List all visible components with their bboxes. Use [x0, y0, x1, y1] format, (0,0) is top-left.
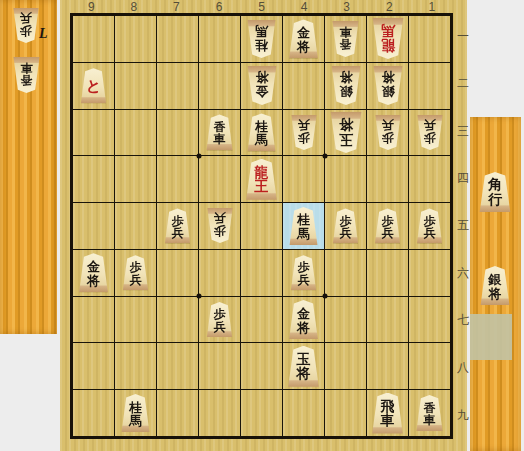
piece-sente-金将[interactable]: 金将	[288, 300, 320, 339]
square-3-6[interactable]	[325, 250, 366, 296]
shogi-app: L 歩兵香車 987654321 一二三四五六七八九 桂馬金将香車龍馬と金将銀将…	[0, 0, 524, 451]
square-1-2[interactable]	[409, 63, 450, 109]
square-8-4[interactable]	[115, 156, 156, 202]
square-7-5[interactable]: 歩兵	[157, 203, 198, 249]
piece-sente-と[interactable]: と	[80, 68, 108, 103]
square-9-3[interactable]	[73, 110, 114, 156]
board-frame: 桂馬金将香車龍馬と金将銀将銀将香車桂馬歩兵玉将歩兵歩兵龍王歩兵歩兵桂馬歩兵歩兵歩…	[70, 13, 453, 439]
square-7-6[interactable]	[157, 250, 198, 296]
piece-sente-香車[interactable]: 香車	[415, 395, 444, 431]
square-7-3[interactable]	[157, 110, 198, 156]
square-1-5[interactable]: 歩兵	[409, 203, 450, 249]
square-9-5[interactable]	[73, 203, 114, 249]
square-7-9[interactable]	[157, 390, 198, 436]
square-7-8[interactable]	[157, 343, 198, 389]
square-2-2[interactable]: 銀将	[367, 63, 408, 109]
piece-gote-桂馬[interactable]: 桂馬	[246, 20, 277, 58]
piece-sente-桂馬[interactable]: 桂馬	[288, 207, 319, 245]
rank-label-5: 五	[456, 202, 470, 249]
piece-sente-香車[interactable]: 香車	[205, 114, 234, 150]
square-5-9[interactable]	[241, 390, 282, 436]
piece-gote-歩兵[interactable]: 歩兵	[206, 208, 234, 243]
rank-label-9: 九	[456, 392, 470, 439]
hoshi-dot	[197, 294, 202, 299]
square-3-7[interactable]	[325, 297, 366, 343]
square-3-3[interactable]: 玉将	[325, 110, 366, 156]
file-label-1: 1	[411, 0, 454, 13]
square-2-5[interactable]: 歩兵	[367, 203, 408, 249]
square-2-9[interactable]: 飛車	[367, 390, 408, 436]
piece-gote-歩兵[interactable]: 歩兵	[290, 115, 318, 150]
square-1-9[interactable]: 香車	[409, 390, 450, 436]
square-6-8[interactable]	[199, 343, 240, 389]
board-panel: 987654321 一二三四五六七八九 桂馬金将香車龍馬と金将銀将銀将香車桂馬歩…	[60, 0, 467, 451]
piece-gote-歩兵[interactable]: 歩兵	[374, 115, 402, 150]
piece-sente-歩兵[interactable]: 歩兵	[206, 302, 234, 337]
piece-sente-歩兵[interactable]: 歩兵	[332, 208, 360, 243]
file-label-2: 2	[368, 0, 411, 13]
piece-sente-龍王[interactable]: 龍王	[245, 159, 279, 200]
hand-gote-歩兵[interactable]: 歩兵	[12, 8, 40, 43]
square-8-5[interactable]	[115, 203, 156, 249]
square-5-3[interactable]: 桂馬	[241, 110, 282, 156]
square-4-6[interactable]: 歩兵	[283, 250, 324, 296]
piece-sente-玉将[interactable]: 玉将	[287, 346, 321, 387]
square-9-4[interactable]	[73, 156, 114, 202]
square-5-8[interactable]	[241, 343, 282, 389]
square-3-5[interactable]: 歩兵	[325, 203, 366, 249]
square-5-1[interactable]: 桂馬	[241, 16, 282, 62]
square-7-2[interactable]	[157, 63, 198, 109]
square-9-8[interactable]	[73, 343, 114, 389]
board-grid: 桂馬金将香車龍馬と金将銀将銀将香車桂馬歩兵玉将歩兵歩兵龍王歩兵歩兵桂馬歩兵歩兵歩…	[73, 16, 450, 436]
square-9-9[interactable]	[73, 390, 114, 436]
square-1-3[interactable]: 歩兵	[409, 110, 450, 156]
piece-gote-歩兵[interactable]: 歩兵	[416, 115, 444, 150]
square-9-7[interactable]	[73, 297, 114, 343]
rank-label-4: 四	[456, 155, 470, 202]
square-2-7[interactable]	[367, 297, 408, 343]
square-3-9[interactable]	[325, 390, 366, 436]
square-8-1[interactable]	[115, 16, 156, 62]
square-4-8[interactable]: 玉将	[283, 343, 324, 389]
square-3-2[interactable]: 銀将	[325, 63, 366, 109]
hand-gote-香車[interactable]: 香車	[12, 57, 41, 93]
square-3-4[interactable]	[325, 156, 366, 202]
piece-gote-銀将[interactable]: 銀将	[372, 66, 404, 105]
square-6-9[interactable]	[199, 390, 240, 436]
piece-sente-角行[interactable]: 角行	[478, 172, 512, 212]
square-8-6[interactable]: 歩兵	[115, 250, 156, 296]
piece-sente-銀将[interactable]: 銀将	[479, 266, 511, 305]
square-4-1[interactable]: 金将	[283, 16, 324, 62]
square-8-7[interactable]	[115, 297, 156, 343]
square-8-8[interactable]	[115, 343, 156, 389]
square-4-5[interactable]: 桂馬	[283, 203, 324, 249]
rank-label-8: 八	[456, 344, 470, 391]
square-6-3[interactable]: 香車	[199, 110, 240, 156]
square-2-3[interactable]: 歩兵	[367, 110, 408, 156]
piece-sente-歩兵[interactable]: 歩兵	[374, 208, 402, 243]
square-5-7[interactable]	[241, 297, 282, 343]
square-2-1[interactable]: 龍馬	[367, 16, 408, 62]
rank-label-6: 六	[456, 250, 470, 297]
square-6-4[interactable]	[199, 156, 240, 202]
piece-gote-銀将[interactable]: 銀将	[330, 66, 362, 105]
square-8-9[interactable]: 桂馬	[115, 390, 156, 436]
square-2-6[interactable]	[367, 250, 408, 296]
square-6-7[interactable]: 歩兵	[199, 297, 240, 343]
piece-sente-歩兵[interactable]: 歩兵	[290, 255, 318, 290]
rank-label-1: 一	[456, 13, 470, 60]
square-2-4[interactable]	[367, 156, 408, 202]
square-4-2[interactable]	[283, 63, 324, 109]
hand-sente-銀将[interactable]: 銀将	[479, 266, 511, 305]
file-label-5: 5	[240, 0, 283, 13]
square-6-2[interactable]	[199, 63, 240, 109]
file-label-6: 6	[198, 0, 241, 13]
square-9-6[interactable]: 金将	[73, 250, 114, 296]
square-1-8[interactable]	[409, 343, 450, 389]
file-label-3: 3	[325, 0, 368, 13]
piece-gote-歩兵[interactable]: 歩兵	[12, 8, 40, 43]
hoshi-dot	[197, 154, 202, 159]
piece-gote-龍馬[interactable]: 龍馬	[371, 18, 405, 59]
sente-hand-stand: 角行銀将	[470, 117, 521, 451]
square-9-2[interactable]: と	[73, 63, 114, 109]
file-label-9: 9	[70, 0, 113, 13]
piece-gote-香車[interactable]: 香車	[12, 57, 41, 93]
square-4-4[interactable]	[283, 156, 324, 202]
piece-gote-香車[interactable]: 香車	[331, 21, 360, 57]
rank-labels: 一二三四五六七八九	[456, 13, 470, 439]
square-4-9[interactable]	[283, 390, 324, 436]
hand-slot-highlight	[470, 314, 512, 360]
piece-gote-金将[interactable]: 金将	[246, 66, 278, 105]
square-1-7[interactable]	[409, 297, 450, 343]
piece-sente-金将[interactable]: 金将	[288, 19, 320, 58]
piece-sente-歩兵[interactable]: 歩兵	[416, 208, 444, 243]
square-6-5[interactable]: 歩兵	[199, 203, 240, 249]
piece-sente-金将[interactable]: 金将	[78, 253, 110, 292]
gote-hand-stand: L 歩兵香車	[0, 0, 57, 334]
square-1-4[interactable]	[409, 156, 450, 202]
file-label-7: 7	[155, 0, 198, 13]
rank-label-3: 三	[456, 108, 470, 155]
hand-sente-角行[interactable]: 角行	[478, 172, 512, 212]
rank-label-7: 七	[456, 297, 470, 344]
hand-count-label: L	[39, 26, 48, 42]
square-5-2[interactable]: 金将	[241, 63, 282, 109]
hoshi-dot	[323, 294, 328, 299]
square-7-1[interactable]	[157, 16, 198, 62]
square-3-1[interactable]: 香車	[325, 16, 366, 62]
square-5-6[interactable]	[241, 250, 282, 296]
rank-label-2: 二	[456, 60, 470, 107]
square-5-5[interactable]	[241, 203, 282, 249]
square-6-1[interactable]	[199, 16, 240, 62]
piece-gote-玉将[interactable]: 玉将	[329, 112, 363, 153]
square-7-4[interactable]	[157, 156, 198, 202]
square-4-7[interactable]: 金将	[283, 297, 324, 343]
square-5-4[interactable]: 龍王	[241, 156, 282, 202]
square-1-6[interactable]	[409, 250, 450, 296]
square-8-2[interactable]	[115, 63, 156, 109]
piece-sente-歩兵[interactable]: 歩兵	[122, 255, 150, 290]
piece-sente-桂馬[interactable]: 桂馬	[120, 394, 151, 432]
square-2-8[interactable]	[367, 343, 408, 389]
file-label-8: 8	[113, 0, 156, 13]
hoshi-dot	[323, 154, 328, 159]
piece-sente-歩兵[interactable]: 歩兵	[164, 208, 192, 243]
square-9-1[interactable]	[73, 16, 114, 62]
file-label-4: 4	[283, 0, 326, 13]
square-3-8[interactable]	[325, 343, 366, 389]
piece-sente-桂馬[interactable]: 桂馬	[246, 113, 277, 151]
piece-sente-飛車[interactable]: 飛車	[371, 393, 405, 434]
square-4-3[interactable]: 歩兵	[283, 110, 324, 156]
square-7-7[interactable]	[157, 297, 198, 343]
square-8-3[interactable]	[115, 110, 156, 156]
square-1-1[interactable]	[409, 16, 450, 62]
square-6-6[interactable]	[199, 250, 240, 296]
file-labels: 987654321	[70, 0, 453, 13]
